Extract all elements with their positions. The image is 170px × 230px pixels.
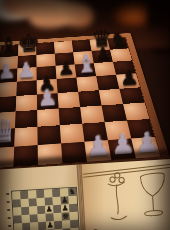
square-h5[interactable]: ♟: [116, 73, 140, 88]
square-h4[interactable]: [119, 87, 144, 104]
square-e4[interactable]: [58, 92, 81, 109]
scene: ♜♝♚♛♞♟♟♟♟♝♟♟♟♛♟♟♟ ♞♟♟♟♚♟: [0, 0, 170, 230]
square-f4[interactable]: [78, 90, 101, 107]
white-pawn[interactable]: ♟: [15, 59, 36, 81]
black-pawn[interactable]: ♟: [118, 66, 140, 88]
chess-board[interactable]: ♜♝♚♛♞♟♟♟♟♝♟♟♟♛♟♟♟: [0, 37, 161, 170]
square-c8[interactable]: ♚: [18, 43, 36, 56]
white-bishop[interactable]: ♝: [75, 51, 97, 77]
black-king[interactable]: ♚: [16, 29, 36, 55]
square-b6[interactable]: ♟: [0, 68, 17, 83]
square-h3[interactable]: [123, 103, 149, 121]
white-pawn[interactable]: ♟: [0, 61, 17, 82]
square-b4[interactable]: [0, 96, 16, 113]
square-d2[interactable]: [37, 125, 61, 145]
black-pawn[interactable]: ♟: [55, 59, 76, 79]
square-f6[interactable]: ♝: [75, 63, 96, 77]
square-e5[interactable]: [57, 78, 79, 94]
square-e6[interactable]: ♟: [56, 64, 77, 78]
square-d4[interactable]: ♟: [37, 93, 59, 110]
square-b2[interactable]: ♛: [0, 128, 15, 148]
square-e3[interactable]: [59, 107, 83, 125]
black-bishop[interactable]: ♝: [0, 34, 18, 57]
square-f3[interactable]: [80, 106, 104, 124]
square-c5[interactable]: [16, 80, 37, 96]
diagram-square: [70, 228, 78, 230]
square-f5[interactable]: [76, 76, 98, 92]
white-pawn[interactable]: ♟: [36, 86, 59, 110]
white-queen[interactable]: ♛: [0, 115, 14, 147]
square-c4[interactable]: [16, 95, 37, 112]
square-d3[interactable]: [37, 109, 60, 127]
chess-book: ♞♟♟♟♚♟: [0, 158, 170, 230]
square-c6[interactable]: ♟: [17, 67, 37, 82]
square-e2[interactable]: [60, 124, 85, 144]
square-b8[interactable]: ♝: [0, 45, 18, 58]
book-left-page: ♞♟♟♟♚♟: [0, 165, 84, 230]
printed-chess-diagram: ♞♟♟♟♚♟: [11, 187, 81, 230]
goblet-engraving: [80, 158, 170, 230]
square-c3[interactable]: [15, 110, 37, 128]
book-right-page: [80, 158, 170, 230]
